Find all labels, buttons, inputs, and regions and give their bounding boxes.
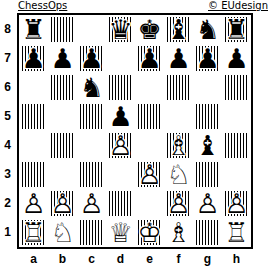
square-e4[interactable] bbox=[135, 131, 164, 160]
white-pawn-icon: ♙ bbox=[193, 189, 222, 218]
piece-black-rook[interactable]: ♜♜ bbox=[19, 15, 48, 44]
white-pawn-icon: ♙ bbox=[222, 189, 251, 218]
square-h5[interactable] bbox=[222, 102, 251, 131]
file-label-f: f bbox=[164, 252, 193, 266]
square-h7[interactable]: ♟♟ bbox=[222, 44, 251, 73]
square-f6[interactable] bbox=[164, 73, 193, 102]
file-label-e: e bbox=[135, 252, 164, 266]
piece-black-bishop[interactable]: ♝♝ bbox=[164, 15, 193, 44]
black-pawn-icon: ♟ bbox=[193, 44, 222, 73]
piece-white-pawn[interactable]: ♟♙ bbox=[164, 189, 193, 218]
white-bishop-icon: ♗ bbox=[164, 131, 193, 160]
black-pawn-icon: ♟ bbox=[77, 44, 106, 73]
square-a3[interactable] bbox=[19, 160, 48, 189]
white-king-icon: ♔ bbox=[135, 218, 164, 247]
square-c3[interactable] bbox=[77, 160, 106, 189]
white-pawn-icon: ♙ bbox=[135, 160, 164, 189]
square-c5[interactable] bbox=[77, 102, 106, 131]
black-knight-icon: ♞ bbox=[77, 73, 106, 102]
rank-label-3: 3 bbox=[0, 160, 15, 189]
rank-label-5: 5 bbox=[0, 102, 15, 131]
rank-label-1: 1 bbox=[0, 218, 15, 247]
square-b4[interactable] bbox=[48, 131, 77, 160]
square-d2[interactable] bbox=[106, 189, 135, 218]
black-pawn-icon: ♟ bbox=[164, 44, 193, 73]
square-h1[interactable]: ♜♖ bbox=[222, 218, 251, 247]
file-label-b: b bbox=[48, 252, 77, 266]
credit-link[interactable]: © EUdesign bbox=[208, 0, 268, 12]
black-rook-icon: ♜ bbox=[19, 15, 48, 44]
square-d3[interactable] bbox=[106, 160, 135, 189]
black-pawn-icon: ♟ bbox=[48, 44, 77, 73]
square-g4[interactable]: ♝♝ bbox=[193, 131, 222, 160]
square-d1[interactable]: ♛♕ bbox=[106, 218, 135, 247]
white-pawn-icon: ♙ bbox=[77, 189, 106, 218]
piece-black-pawn[interactable]: ♟♟ bbox=[222, 44, 251, 73]
square-e2[interactable] bbox=[135, 189, 164, 218]
square-e8[interactable]: ♚♚ bbox=[135, 15, 164, 44]
square-f7[interactable]: ♟♟ bbox=[164, 44, 193, 73]
square-b8[interactable] bbox=[48, 15, 77, 44]
square-g1[interactable] bbox=[193, 218, 222, 247]
square-c6[interactable]: ♞♞ bbox=[77, 73, 106, 102]
square-e3[interactable]: ♟♙ bbox=[135, 160, 164, 189]
piece-black-pawn[interactable]: ♟♟ bbox=[77, 44, 106, 73]
square-f1[interactable]: ♝♗ bbox=[164, 218, 193, 247]
file-label-h: h bbox=[222, 252, 251, 266]
black-pawn-icon: ♟ bbox=[106, 102, 135, 131]
square-a4[interactable] bbox=[19, 131, 48, 160]
piece-black-bishop[interactable]: ♝♝ bbox=[193, 131, 222, 160]
square-g2[interactable]: ♟♙ bbox=[193, 189, 222, 218]
white-pawn-icon: ♙ bbox=[48, 189, 77, 218]
piece-white-knight[interactable]: ♞♘ bbox=[164, 160, 193, 189]
piece-black-king[interactable]: ♚♚ bbox=[135, 15, 164, 44]
piece-black-pawn[interactable]: ♟♟ bbox=[164, 44, 193, 73]
piece-white-queen[interactable]: ♛♕ bbox=[106, 218, 135, 247]
piece-black-pawn[interactable]: ♟♟ bbox=[48, 44, 77, 73]
square-a1[interactable]: ♜♖ bbox=[19, 218, 48, 247]
square-b2[interactable]: ♟♙ bbox=[48, 189, 77, 218]
square-c2[interactable]: ♟♙ bbox=[77, 189, 106, 218]
square-e7[interactable]: ♟♟ bbox=[135, 44, 164, 73]
piece-black-pawn[interactable]: ♟♟ bbox=[19, 44, 48, 73]
piece-black-knight[interactable]: ♞♞ bbox=[77, 73, 106, 102]
square-g6[interactable] bbox=[193, 73, 222, 102]
square-a2[interactable]: ♟♙ bbox=[19, 189, 48, 218]
white-knight-icon: ♘ bbox=[48, 218, 77, 247]
piece-white-pawn[interactable]: ♟♙ bbox=[77, 189, 106, 218]
file-label-a: a bbox=[19, 252, 48, 266]
piece-white-pawn[interactable]: ♟♙ bbox=[193, 189, 222, 218]
square-g3[interactable] bbox=[193, 160, 222, 189]
piece-white-pawn[interactable]: ♟♙ bbox=[48, 189, 77, 218]
piece-black-pawn[interactable]: ♟♟ bbox=[135, 44, 164, 73]
square-h3[interactable] bbox=[222, 160, 251, 189]
square-f5[interactable] bbox=[164, 102, 193, 131]
square-b1[interactable]: ♞♘ bbox=[48, 218, 77, 247]
square-d7[interactable] bbox=[106, 44, 135, 73]
piece-white-bishop[interactable]: ♝♗ bbox=[164, 218, 193, 247]
piece-white-pawn[interactable]: ♟♙ bbox=[106, 131, 135, 160]
piece-white-rook[interactable]: ♜♖ bbox=[222, 218, 251, 247]
piece-white-knight[interactable]: ♞♘ bbox=[48, 218, 77, 247]
square-f8[interactable]: ♝♝ bbox=[164, 15, 193, 44]
square-g7[interactable]: ♟♟ bbox=[193, 44, 222, 73]
square-f3[interactable]: ♞♘ bbox=[164, 160, 193, 189]
square-b6[interactable] bbox=[48, 73, 77, 102]
black-pawn-icon: ♟ bbox=[135, 44, 164, 73]
black-pawn-icon: ♟ bbox=[222, 44, 251, 73]
file-label-g: g bbox=[193, 252, 222, 266]
white-bishop-icon: ♗ bbox=[164, 218, 193, 247]
rank-label-7: 7 bbox=[0, 44, 15, 73]
square-e5[interactable] bbox=[135, 102, 164, 131]
chess-board: ♜♜♛♛♚♚♝♝♞♞♜♜♟♟♟♟♟♟♟♟♟♟♟♟♟♟♞♞♟♟♟♙♝♗♝♝♟♙♞♘… bbox=[17, 13, 253, 249]
piece-white-pawn[interactable]: ♟♙ bbox=[19, 189, 48, 218]
file-label-d: d bbox=[106, 252, 135, 266]
square-c7[interactable]: ♟♟ bbox=[77, 44, 106, 73]
white-rook-icon: ♖ bbox=[19, 218, 48, 247]
piece-black-rook[interactable]: ♜♜ bbox=[222, 15, 251, 44]
square-b5[interactable] bbox=[48, 102, 77, 131]
rank-label-8: 8 bbox=[0, 15, 15, 44]
piece-white-king[interactable]: ♚♔ bbox=[135, 218, 164, 247]
white-pawn-icon: ♙ bbox=[106, 131, 135, 160]
black-bishop-icon: ♝ bbox=[164, 15, 193, 44]
square-d5[interactable]: ♟♟ bbox=[106, 102, 135, 131]
square-h2[interactable]: ♟♙ bbox=[222, 189, 251, 218]
file-label-c: c bbox=[77, 252, 106, 266]
white-pawn-icon: ♙ bbox=[19, 189, 48, 218]
piece-white-pawn[interactable]: ♟♙ bbox=[135, 160, 164, 189]
square-c4[interactable] bbox=[77, 131, 106, 160]
black-bishop-icon: ♝ bbox=[193, 131, 222, 160]
square-g8[interactable]: ♞♞ bbox=[193, 15, 222, 44]
app-title-link[interactable]: ChessOps bbox=[18, 0, 67, 12]
square-d4[interactable]: ♟♙ bbox=[106, 131, 135, 160]
square-f4[interactable]: ♝♗ bbox=[164, 131, 193, 160]
piece-white-bishop[interactable]: ♝♗ bbox=[164, 131, 193, 160]
square-d8[interactable]: ♛♛ bbox=[106, 15, 135, 44]
piece-white-pawn[interactable]: ♟♙ bbox=[222, 189, 251, 218]
white-rook-icon: ♖ bbox=[222, 218, 251, 247]
rank-label-6: 6 bbox=[0, 73, 15, 102]
black-knight-icon: ♞ bbox=[193, 15, 222, 44]
square-e1[interactable]: ♚♔ bbox=[135, 218, 164, 247]
square-c1[interactable] bbox=[77, 218, 106, 247]
square-h6[interactable] bbox=[222, 73, 251, 102]
square-h4[interactable] bbox=[222, 131, 251, 160]
black-queen-icon: ♛ bbox=[106, 15, 135, 44]
white-queen-icon: ♕ bbox=[106, 218, 135, 247]
rank-label-4: 4 bbox=[0, 131, 15, 160]
square-g5[interactable] bbox=[193, 102, 222, 131]
black-king-icon: ♚ bbox=[135, 15, 164, 44]
square-b3[interactable] bbox=[48, 160, 77, 189]
square-a7[interactable]: ♟♟ bbox=[19, 44, 48, 73]
white-pawn-icon: ♙ bbox=[164, 189, 193, 218]
square-a8[interactable]: ♜♜ bbox=[19, 15, 48, 44]
square-e6[interactable] bbox=[135, 73, 164, 102]
white-knight-icon: ♘ bbox=[164, 160, 193, 189]
piece-black-pawn[interactable]: ♟♟ bbox=[193, 44, 222, 73]
square-f2[interactable]: ♟♙ bbox=[164, 189, 193, 218]
square-d6[interactable] bbox=[106, 73, 135, 102]
black-rook-icon: ♜ bbox=[222, 15, 251, 44]
piece-black-pawn[interactable]: ♟♟ bbox=[106, 102, 135, 131]
square-a5[interactable] bbox=[19, 102, 48, 131]
square-c8[interactable] bbox=[77, 15, 106, 44]
square-a6[interactable] bbox=[19, 73, 48, 102]
piece-black-queen[interactable]: ♛♛ bbox=[106, 15, 135, 44]
square-b7[interactable]: ♟♟ bbox=[48, 44, 77, 73]
piece-white-rook[interactable]: ♜♖ bbox=[19, 218, 48, 247]
rank-label-2: 2 bbox=[0, 189, 15, 218]
piece-black-knight[interactable]: ♞♞ bbox=[193, 15, 222, 44]
square-h8[interactable]: ♜♜ bbox=[222, 15, 251, 44]
black-pawn-icon: ♟ bbox=[19, 44, 48, 73]
